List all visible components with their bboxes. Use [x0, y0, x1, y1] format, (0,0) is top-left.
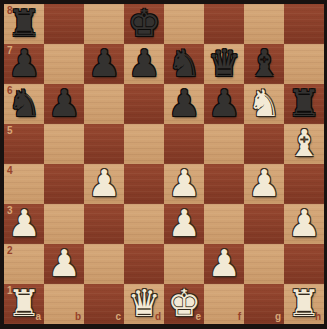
rank-label-2: 2	[7, 246, 13, 256]
square-a7[interactable]: 7♟	[4, 44, 44, 84]
black-rook-h6[interactable]: ♜	[287, 84, 320, 124]
white-pawn-c4[interactable]: ♟	[87, 164, 120, 204]
black-pawn-d7[interactable]: ♟	[127, 44, 160, 84]
white-king-e1[interactable]: ♚	[167, 284, 200, 324]
square-d5[interactable]	[124, 124, 164, 164]
black-knight-e7[interactable]: ♞	[167, 44, 200, 84]
square-e7[interactable]: ♞	[164, 44, 204, 84]
white-pawn-f2[interactable]: ♟	[207, 244, 240, 284]
square-d6[interactable]	[124, 84, 164, 124]
black-pawn-a7[interactable]: ♟	[7, 44, 40, 84]
square-e2[interactable]	[164, 244, 204, 284]
square-f8[interactable]	[204, 4, 244, 44]
square-b2[interactable]: ♟	[44, 244, 84, 284]
white-pawn-h3[interactable]: ♟	[287, 204, 320, 244]
square-c3[interactable]	[84, 204, 124, 244]
square-e3[interactable]: ♟	[164, 204, 204, 244]
white-bishop-h5[interactable]: ♝	[287, 124, 320, 164]
white-rook-a1[interactable]: ♜	[7, 284, 40, 324]
file-label-f: f	[238, 312, 241, 322]
square-h4[interactable]	[284, 164, 324, 204]
square-c6[interactable]	[84, 84, 124, 124]
square-d3[interactable]	[124, 204, 164, 244]
square-d4[interactable]	[124, 164, 164, 204]
black-pawn-b6[interactable]: ♟	[47, 84, 80, 124]
square-g4[interactable]: ♟	[244, 164, 284, 204]
square-c8[interactable]	[84, 4, 124, 44]
rank-label-4: 4	[7, 166, 13, 176]
square-b7[interactable]	[44, 44, 84, 84]
square-d2[interactable]	[124, 244, 164, 284]
square-f1[interactable]: f	[204, 284, 244, 324]
square-g5[interactable]	[244, 124, 284, 164]
file-label-b: b	[75, 312, 81, 322]
square-b1[interactable]: b	[44, 284, 84, 324]
square-f2[interactable]: ♟	[204, 244, 244, 284]
chess-board: 8♜♚7♟♟♟♞♛♝6♞♟♟♟♞♜5♝4♟♟♟3♟♟♟2♟♟1a♜bcd♛e♚f…	[4, 4, 324, 324]
square-e4[interactable]: ♟	[164, 164, 204, 204]
black-queen-f7[interactable]: ♛	[207, 44, 240, 84]
white-pawn-b2[interactable]: ♟	[47, 244, 80, 284]
rank-label-5: 5	[7, 126, 13, 136]
square-h8[interactable]	[284, 4, 324, 44]
black-pawn-c7[interactable]: ♟	[87, 44, 120, 84]
square-g7[interactable]: ♝	[244, 44, 284, 84]
square-f3[interactable]	[204, 204, 244, 244]
white-rook-h1[interactable]: ♜	[287, 284, 320, 324]
white-knight-g6[interactable]: ♞	[247, 84, 280, 124]
square-c2[interactable]	[84, 244, 124, 284]
square-b5[interactable]	[44, 124, 84, 164]
square-b6[interactable]: ♟	[44, 84, 84, 124]
black-king-d8[interactable]: ♚	[127, 4, 160, 44]
square-e6[interactable]: ♟	[164, 84, 204, 124]
square-a5[interactable]: 5	[4, 124, 44, 164]
black-pawn-e6[interactable]: ♟	[167, 84, 200, 124]
black-bishop-g7[interactable]: ♝	[247, 44, 280, 84]
square-h5[interactable]: ♝	[284, 124, 324, 164]
black-knight-a6[interactable]: ♞	[7, 84, 40, 124]
square-f6[interactable]: ♟	[204, 84, 244, 124]
square-d1[interactable]: d♛	[124, 284, 164, 324]
square-g2[interactable]	[244, 244, 284, 284]
square-a6[interactable]: 6♞	[4, 84, 44, 124]
square-h3[interactable]: ♟	[284, 204, 324, 244]
square-a4[interactable]: 4	[4, 164, 44, 204]
square-c7[interactable]: ♟	[84, 44, 124, 84]
white-pawn-a3[interactable]: ♟	[7, 204, 40, 244]
square-c1[interactable]: c	[84, 284, 124, 324]
square-h6[interactable]: ♜	[284, 84, 324, 124]
square-g1[interactable]: g	[244, 284, 284, 324]
square-e8[interactable]	[164, 4, 204, 44]
square-g8[interactable]	[244, 4, 284, 44]
white-pawn-e4[interactable]: ♟	[167, 164, 200, 204]
square-b8[interactable]	[44, 4, 84, 44]
square-d7[interactable]: ♟	[124, 44, 164, 84]
square-h1[interactable]: h♜	[284, 284, 324, 324]
square-h7[interactable]	[284, 44, 324, 84]
white-queen-d1[interactable]: ♛	[127, 284, 160, 324]
square-a1[interactable]: 1a♜	[4, 284, 44, 324]
square-e1[interactable]: e♚	[164, 284, 204, 324]
square-f5[interactable]	[204, 124, 244, 164]
chess-app-frame: 8♜♚7♟♟♟♞♛♝6♞♟♟♟♞♜5♝4♟♟♟3♟♟♟2♟♟1a♜bcd♛e♚f…	[0, 0, 327, 329]
black-pawn-f6[interactable]: ♟	[207, 84, 240, 124]
square-c4[interactable]: ♟	[84, 164, 124, 204]
square-a8[interactable]: 8♜	[4, 4, 44, 44]
square-h2[interactable]	[284, 244, 324, 284]
square-g3[interactable]	[244, 204, 284, 244]
square-e5[interactable]	[164, 124, 204, 164]
square-f4[interactable]	[204, 164, 244, 204]
square-g6[interactable]: ♞	[244, 84, 284, 124]
file-label-g: g	[275, 312, 281, 322]
square-b3[interactable]	[44, 204, 84, 244]
square-d8[interactable]: ♚	[124, 4, 164, 44]
black-rook-a8[interactable]: ♜	[7, 4, 40, 44]
square-c5[interactable]	[84, 124, 124, 164]
square-a3[interactable]: 3♟	[4, 204, 44, 244]
square-b4[interactable]	[44, 164, 84, 204]
file-label-c: c	[115, 312, 121, 322]
square-f7[interactable]: ♛	[204, 44, 244, 84]
white-pawn-g4[interactable]: ♟	[247, 164, 280, 204]
white-pawn-e3[interactable]: ♟	[167, 204, 200, 244]
square-a2[interactable]: 2	[4, 244, 44, 284]
